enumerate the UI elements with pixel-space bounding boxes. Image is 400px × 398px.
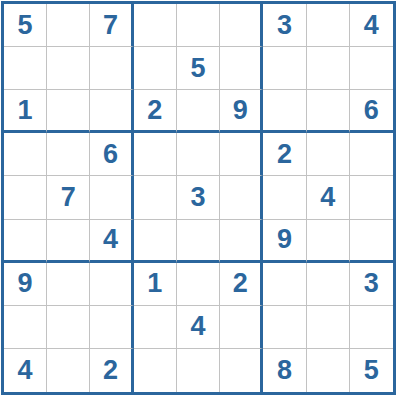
cell-r3c6[interactable]: 9 <box>220 90 263 133</box>
cell-r6c1[interactable] <box>4 220 47 263</box>
cell-r3c7[interactable] <box>263 90 306 133</box>
cell-r8c7[interactable] <box>263 306 306 349</box>
cell-r1c1[interactable]: 5 <box>4 4 47 47</box>
cell-r7c7[interactable] <box>263 263 306 306</box>
cell-r3c3[interactable] <box>90 90 133 133</box>
sudoku-board: 5734512966273449912344285 <box>1 1 396 395</box>
cell-r7c4[interactable]: 1 <box>134 263 177 306</box>
cell-r2c2[interactable] <box>47 47 90 90</box>
cell-r1c7[interactable]: 3 <box>263 4 306 47</box>
cell-r5c7[interactable] <box>263 176 306 219</box>
cell-r5c2[interactable]: 7 <box>47 176 90 219</box>
cell-r8c9[interactable] <box>350 306 393 349</box>
cell-r3c9[interactable]: 6 <box>350 90 393 133</box>
cell-r5c5[interactable]: 3 <box>177 176 220 219</box>
cell-r3c1[interactable]: 1 <box>4 90 47 133</box>
cell-r5c6[interactable] <box>220 176 263 219</box>
cell-r2c3[interactable] <box>90 47 133 90</box>
cell-r4c9[interactable] <box>350 133 393 176</box>
cell-r5c9[interactable] <box>350 176 393 219</box>
cell-r9c9[interactable]: 5 <box>350 349 393 392</box>
cell-r4c5[interactable] <box>177 133 220 176</box>
cell-r5c4[interactable] <box>134 176 177 219</box>
cell-r6c5[interactable] <box>177 220 220 263</box>
cell-r8c8[interactable] <box>307 306 350 349</box>
cell-r9c3[interactable]: 2 <box>90 349 133 392</box>
cell-r8c3[interactable] <box>90 306 133 349</box>
cell-r1c9[interactable]: 4 <box>350 4 393 47</box>
cell-r3c5[interactable] <box>177 90 220 133</box>
cell-r6c9[interactable] <box>350 220 393 263</box>
cell-r6c3[interactable]: 4 <box>90 220 133 263</box>
sudoku-page: 5734512966273449912344285 <box>0 0 400 398</box>
cell-r5c3[interactable] <box>90 176 133 219</box>
cell-r4c8[interactable] <box>307 133 350 176</box>
cell-r4c2[interactable] <box>47 133 90 176</box>
cell-r9c7[interactable]: 8 <box>263 349 306 392</box>
cell-r5c8[interactable]: 4 <box>307 176 350 219</box>
cell-r2c7[interactable] <box>263 47 306 90</box>
cell-r8c5[interactable]: 4 <box>177 306 220 349</box>
cell-r4c3[interactable]: 6 <box>90 133 133 176</box>
cell-r3c8[interactable] <box>307 90 350 133</box>
cell-r2c4[interactable] <box>134 47 177 90</box>
cell-r7c6[interactable]: 2 <box>220 263 263 306</box>
cell-r8c4[interactable] <box>134 306 177 349</box>
cell-r2c8[interactable] <box>307 47 350 90</box>
cell-r9c4[interactable] <box>134 349 177 392</box>
cell-r3c2[interactable] <box>47 90 90 133</box>
cell-r6c2[interactable] <box>47 220 90 263</box>
cell-r7c1[interactable]: 9 <box>4 263 47 306</box>
cell-r1c8[interactable] <box>307 4 350 47</box>
cell-r9c6[interactable] <box>220 349 263 392</box>
cell-r8c6[interactable] <box>220 306 263 349</box>
cell-r9c1[interactable]: 4 <box>4 349 47 392</box>
cell-r1c3[interactable]: 7 <box>90 4 133 47</box>
cell-r8c1[interactable] <box>4 306 47 349</box>
cell-r2c1[interactable] <box>4 47 47 90</box>
cell-r9c5[interactable] <box>177 349 220 392</box>
cell-r2c9[interactable] <box>350 47 393 90</box>
cell-r1c2[interactable] <box>47 4 90 47</box>
cell-r7c8[interactable] <box>307 263 350 306</box>
cell-r9c2[interactable] <box>47 349 90 392</box>
cell-r1c4[interactable] <box>134 4 177 47</box>
cell-r4c4[interactable] <box>134 133 177 176</box>
cell-r1c6[interactable] <box>220 4 263 47</box>
cell-r1c5[interactable] <box>177 4 220 47</box>
cell-r6c8[interactable] <box>307 220 350 263</box>
cell-r6c7[interactable]: 9 <box>263 220 306 263</box>
cell-r4c7[interactable]: 2 <box>263 133 306 176</box>
cell-r7c2[interactable] <box>47 263 90 306</box>
cell-r7c3[interactable] <box>90 263 133 306</box>
cell-r5c1[interactable] <box>4 176 47 219</box>
cell-r6c6[interactable] <box>220 220 263 263</box>
cell-r4c6[interactable] <box>220 133 263 176</box>
cell-r9c8[interactable] <box>307 349 350 392</box>
cell-r8c2[interactable] <box>47 306 90 349</box>
cell-r2c5[interactable]: 5 <box>177 47 220 90</box>
cell-r7c9[interactable]: 3 <box>350 263 393 306</box>
cell-r7c5[interactable] <box>177 263 220 306</box>
cell-r4c1[interactable] <box>4 133 47 176</box>
cell-r3c4[interactable]: 2 <box>134 90 177 133</box>
cell-r6c4[interactable] <box>134 220 177 263</box>
cell-r2c6[interactable] <box>220 47 263 90</box>
